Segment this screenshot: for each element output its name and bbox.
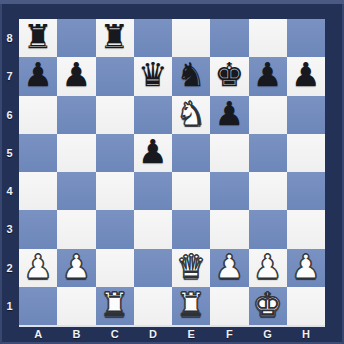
square-e8[interactable]: [172, 19, 210, 57]
square-c5[interactable]: [96, 134, 134, 172]
file-label-c: C: [96, 326, 134, 342]
square-a6[interactable]: [19, 96, 57, 134]
square-a3[interactable]: [19, 210, 57, 248]
square-e3[interactable]: [172, 210, 210, 248]
square-f2[interactable]: ♟: [210, 249, 248, 287]
rank-label-5: 5: [0, 134, 19, 172]
rank-label-6: 6: [0, 96, 19, 134]
piece-black-queen[interactable]: ♛: [138, 57, 168, 94]
square-e2[interactable]: ♛: [172, 249, 210, 287]
square-b4[interactable]: [57, 172, 95, 210]
rank-labels: 87654321: [0, 19, 19, 325]
square-a5[interactable]: [19, 134, 57, 172]
piece-black-king[interactable]: ♚: [215, 57, 245, 94]
square-c3[interactable]: [96, 210, 134, 248]
square-d4[interactable]: [134, 172, 172, 210]
piece-white-pawn[interactable]: ♟: [62, 249, 92, 286]
square-h6[interactable]: [287, 96, 325, 134]
square-d3[interactable]: [134, 210, 172, 248]
rank-label-1: 1: [0, 287, 19, 325]
square-a4[interactable]: [19, 172, 57, 210]
square-g1[interactable]: ♚: [249, 287, 287, 325]
square-d6[interactable]: [134, 96, 172, 134]
piece-black-pawn[interactable]: ♟: [253, 57, 283, 94]
square-g2[interactable]: ♟: [249, 249, 287, 287]
file-label-b: B: [57, 326, 95, 342]
square-f3[interactable]: [210, 210, 248, 248]
piece-white-pawn[interactable]: ♟: [23, 249, 53, 286]
rank-label-4: 4: [0, 172, 19, 210]
piece-black-pawn[interactable]: ♟: [291, 57, 321, 94]
file-label-e: E: [172, 326, 210, 342]
file-label-a: A: [19, 326, 57, 342]
square-f6[interactable]: ♟: [210, 96, 248, 134]
square-h2[interactable]: ♟: [287, 249, 325, 287]
piece-white-queen[interactable]: ♛: [176, 249, 206, 286]
square-d5[interactable]: ♟: [134, 134, 172, 172]
chess-board-frame: 87654321 ♜♜♟♟♛♞♚♟♟♞♟♟♟♟♛♟♟♟♜♜♚ ABCDEFGH: [0, 0, 344, 344]
chess-board: ♜♜♟♟♛♞♚♟♟♞♟♟♟♟♛♟♟♟♜♜♚: [19, 19, 325, 325]
piece-black-pawn[interactable]: ♟: [23, 57, 53, 94]
square-g8[interactable]: [249, 19, 287, 57]
piece-black-pawn[interactable]: ♟: [138, 134, 168, 171]
square-c7[interactable]: [96, 57, 134, 95]
square-f5[interactable]: [210, 134, 248, 172]
square-e1[interactable]: ♜: [172, 287, 210, 325]
piece-white-pawn[interactable]: ♟: [215, 249, 245, 286]
square-a2[interactable]: ♟: [19, 249, 57, 287]
square-b1[interactable]: [57, 287, 95, 325]
piece-white-pawn[interactable]: ♟: [291, 249, 321, 286]
square-e5[interactable]: [172, 134, 210, 172]
square-b7[interactable]: ♟: [57, 57, 95, 95]
piece-white-king[interactable]: ♚: [253, 287, 283, 324]
square-c4[interactable]: [96, 172, 134, 210]
file-label-h: H: [287, 326, 325, 342]
square-a7[interactable]: ♟: [19, 57, 57, 95]
square-f8[interactable]: [210, 19, 248, 57]
square-c6[interactable]: [96, 96, 134, 134]
rank-label-7: 7: [0, 57, 19, 95]
square-d1[interactable]: [134, 287, 172, 325]
piece-black-knight[interactable]: ♞: [176, 57, 206, 94]
piece-black-pawn[interactable]: ♟: [215, 96, 245, 133]
piece-white-pawn[interactable]: ♟: [253, 249, 283, 286]
square-b2[interactable]: ♟: [57, 249, 95, 287]
square-e4[interactable]: [172, 172, 210, 210]
square-c8[interactable]: ♜: [96, 19, 134, 57]
square-e6[interactable]: ♞: [172, 96, 210, 134]
square-f1[interactable]: [210, 287, 248, 325]
square-a1[interactable]: [19, 287, 57, 325]
square-h8[interactable]: [287, 19, 325, 57]
piece-white-knight[interactable]: ♞: [176, 96, 206, 133]
square-d2[interactable]: [134, 249, 172, 287]
square-g5[interactable]: [249, 134, 287, 172]
piece-black-pawn[interactable]: ♟: [62, 57, 92, 94]
piece-black-rook[interactable]: ♜: [100, 19, 130, 56]
file-label-f: F: [210, 326, 248, 342]
square-f4[interactable]: [210, 172, 248, 210]
square-c1[interactable]: ♜: [96, 287, 134, 325]
rank-label-3: 3: [0, 210, 19, 248]
square-b5[interactable]: [57, 134, 95, 172]
square-g3[interactable]: [249, 210, 287, 248]
file-labels: ABCDEFGH: [19, 326, 325, 342]
square-d7[interactable]: ♛: [134, 57, 172, 95]
file-label-g: G: [249, 326, 287, 342]
square-e7[interactable]: ♞: [172, 57, 210, 95]
square-b3[interactable]: [57, 210, 95, 248]
square-b8[interactable]: [57, 19, 95, 57]
rank-label-8: 8: [0, 19, 19, 57]
square-h4[interactable]: [287, 172, 325, 210]
square-d8[interactable]: [134, 19, 172, 57]
piece-black-rook[interactable]: ♜: [23, 19, 53, 56]
square-g4[interactable]: [249, 172, 287, 210]
square-g6[interactable]: [249, 96, 287, 134]
square-h3[interactable]: [287, 210, 325, 248]
rank-label-2: 2: [0, 249, 19, 287]
square-b6[interactable]: [57, 96, 95, 134]
square-c2[interactable]: [96, 249, 134, 287]
square-g7[interactable]: ♟: [249, 57, 287, 95]
file-label-d: D: [134, 326, 172, 342]
piece-white-rook[interactable]: ♜: [100, 287, 130, 324]
square-h7[interactable]: ♟: [287, 57, 325, 95]
square-h1[interactable]: [287, 287, 325, 325]
square-h5[interactable]: [287, 134, 325, 172]
piece-white-rook[interactable]: ♜: [176, 287, 206, 324]
square-f7[interactable]: ♚: [210, 57, 248, 95]
square-a8[interactable]: ♜: [19, 19, 57, 57]
